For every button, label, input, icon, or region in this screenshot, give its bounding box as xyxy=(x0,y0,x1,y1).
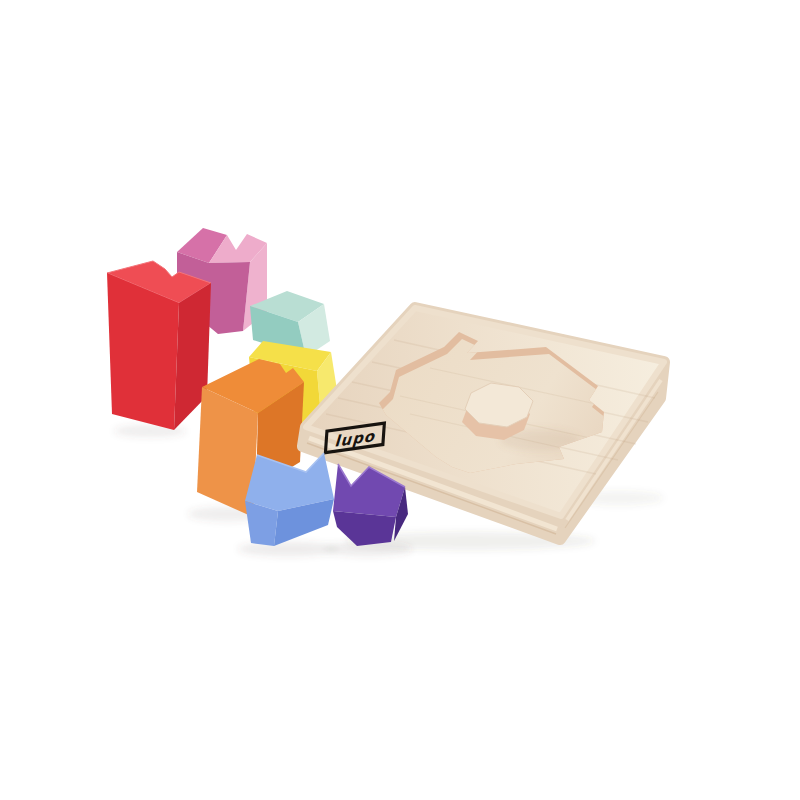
product-photo: lupo xyxy=(0,0,800,800)
red-block xyxy=(107,261,211,430)
puzzle-scene: lupo xyxy=(0,0,800,800)
